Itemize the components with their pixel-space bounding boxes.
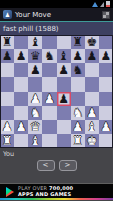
opponent-bar: fast phill (1588) <box>0 22 113 35</box>
square-d2[interactable] <box>42 120 56 134</box>
square-a1[interactable]: ♜ <box>0 134 14 148</box>
square-f1[interactable]: ♜ <box>71 134 85 148</box>
square-e1[interactable] <box>57 134 71 148</box>
square-g3[interactable]: ♟ <box>85 106 99 120</box>
square-d4[interactable]: ♟ <box>42 92 56 106</box>
white-bishop: ♝ <box>86 120 97 132</box>
square-b4[interactable] <box>14 92 28 106</box>
white-pawn: ♟ <box>16 120 27 132</box>
square-c3[interactable]: ♞ <box>28 106 42 120</box>
white-pawn: ♟ <box>30 92 41 104</box>
square-f6[interactable]: ♞ <box>71 63 85 77</box>
square-g4[interactable] <box>85 92 99 106</box>
square-b6[interactable] <box>14 63 28 77</box>
square-b1[interactable] <box>14 134 28 148</box>
black-knight: ♞ <box>72 64 83 76</box>
square-b2[interactable]: ♟ <box>14 120 28 134</box>
square-d5[interactable] <box>42 77 56 91</box>
new-board-icon[interactable] <box>102 11 110 19</box>
ad-banner[interactable]: PLAY OVER 700,000 APPS AND GAMES <box>0 183 113 200</box>
black-rook: ♜ <box>2 36 13 48</box>
square-e5[interactable] <box>57 77 71 91</box>
square-h1[interactable] <box>99 134 113 148</box>
square-h5[interactable] <box>99 77 113 91</box>
ad-rainbow-strip <box>0 198 113 201</box>
black-pawn: ♟ <box>58 64 69 76</box>
white-pawn: ♟ <box>72 120 83 132</box>
battery-icon <box>106 1 110 7</box>
square-d6[interactable] <box>42 63 56 77</box>
square-e4[interactable]: ♟ <box>57 92 71 106</box>
white-rook: ♜ <box>72 134 83 146</box>
white-pawn: ♟ <box>101 120 112 132</box>
square-a3[interactable] <box>0 106 14 120</box>
square-g1[interactable]: ♚ <box>85 134 99 148</box>
white-pawn: ♟ <box>86 106 97 118</box>
square-a6[interactable] <box>0 63 14 77</box>
white-rook: ♜ <box>2 134 13 146</box>
square-h4[interactable] <box>99 92 113 106</box>
square-c6[interactable]: ♟ <box>28 63 42 77</box>
square-e7[interactable]: ♝ <box>57 49 71 63</box>
action-bar: ♟ Your Move <box>0 8 113 21</box>
turn-label: You <box>3 150 113 158</box>
square-g2[interactable]: ♝ <box>85 120 99 134</box>
white-pawn: ♟ <box>44 92 55 104</box>
square-g7[interactable]: ♟ <box>85 49 99 63</box>
square-g5[interactable] <box>85 77 99 91</box>
opponent-name-rating: fast phill (1588) <box>3 25 59 33</box>
signal-icon <box>100 2 104 7</box>
square-g8[interactable]: ♚ <box>85 35 99 49</box>
square-f3[interactable]: ♞ <box>71 106 85 120</box>
square-h7[interactable]: ♟ <box>99 49 113 63</box>
black-king: ♚ <box>86 36 97 48</box>
square-f2[interactable]: ♟ <box>71 120 85 134</box>
google-play-icon <box>6 187 14 197</box>
square-b8[interactable] <box>14 35 28 49</box>
black-pawn: ♟ <box>86 50 97 62</box>
next-move-button[interactable]: > <box>59 160 77 171</box>
square-d8[interactable] <box>42 35 56 49</box>
square-a2[interactable]: ♟ <box>0 120 14 134</box>
white-knight: ♞ <box>72 106 83 118</box>
black-bishop: ♝ <box>30 36 41 48</box>
white-bishop: ♝ <box>30 134 41 146</box>
black-knight: ♞ <box>44 50 55 62</box>
move-nav: < > <box>0 160 113 171</box>
ad-line2: APPS AND GAMES <box>18 191 71 197</box>
status-bar <box>0 0 113 8</box>
page-title: Your Move <box>15 11 99 19</box>
square-e2[interactable] <box>57 120 71 134</box>
black-pawn: ♟ <box>101 50 112 62</box>
black-pawn: ♟ <box>30 64 41 76</box>
lower-panel: You < > PLAY OVER 700,000 APPS AND GAMES <box>0 148 113 200</box>
square-a5[interactable] <box>0 77 14 91</box>
app-icon: ♟ <box>3 10 12 19</box>
wifi-icon <box>92 2 98 7</box>
square-a4[interactable] <box>0 92 14 106</box>
black-pawn: ♟ <box>72 50 83 62</box>
black-pawn: ♟ <box>16 50 27 62</box>
square-a7[interactable]: ♟ <box>0 49 14 63</box>
square-e3[interactable] <box>57 106 71 120</box>
square-b5[interactable] <box>14 77 28 91</box>
square-c7[interactable]: ♛ <box>28 49 42 63</box>
white-king: ♚ <box>86 134 97 146</box>
prev-move-button[interactable]: < <box>37 160 55 171</box>
black-pawn: ♟ <box>2 50 13 62</box>
square-d1[interactable] <box>42 134 56 148</box>
square-h8[interactable] <box>99 35 113 49</box>
square-a8[interactable]: ♜ <box>0 35 14 49</box>
app-screen: ♟ Your Move fast phill (1588) ♜♝♜♚♟♟♛♞♝♟… <box>0 0 113 200</box>
black-bishop: ♝ <box>58 50 69 62</box>
square-f8[interactable]: ♜ <box>71 35 85 49</box>
square-c2[interactable]: ♛ <box>28 120 42 134</box>
black-pawn: ♟ <box>58 92 69 104</box>
white-knight: ♞ <box>30 106 41 118</box>
square-d7[interactable]: ♞ <box>42 49 56 63</box>
square-e8[interactable] <box>57 35 71 49</box>
square-h2[interactable]: ♟ <box>99 120 113 134</box>
square-d3[interactable] <box>42 106 56 120</box>
white-pawn: ♟ <box>2 120 13 132</box>
white-queen: ♛ <box>30 120 41 132</box>
square-c1[interactable]: ♝ <box>28 134 42 148</box>
ad-text: PLAY OVER 700,000 APPS AND GAMES <box>18 186 73 198</box>
square-b7[interactable]: ♟ <box>14 49 28 63</box>
square-f5[interactable] <box>71 77 85 91</box>
square-c8[interactable]: ♝ <box>28 35 42 49</box>
square-h6[interactable] <box>99 63 113 77</box>
square-f4[interactable] <box>71 92 85 106</box>
square-b3[interactable] <box>14 106 28 120</box>
square-h3[interactable] <box>99 106 113 120</box>
square-e6[interactable]: ♟ <box>57 63 71 77</box>
chess-board[interactable]: ♜♝♜♚♟♟♛♞♝♟♟♟♟♟♞♟♟♟♞♞♟♟♟♛♟♝♟♜♝♜♚ <box>0 35 113 148</box>
black-rook: ♜ <box>72 36 83 48</box>
square-f7[interactable]: ♟ <box>71 49 85 63</box>
square-g6[interactable] <box>85 63 99 77</box>
square-c5[interactable] <box>28 77 42 91</box>
black-queen: ♛ <box>30 50 41 62</box>
square-c4[interactable]: ♟ <box>28 92 42 106</box>
